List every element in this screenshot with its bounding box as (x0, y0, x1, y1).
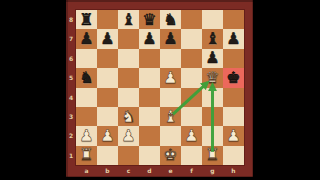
square-e7[interactable]: ♟ (160, 29, 181, 48)
square-b2[interactable]: ♟ (97, 126, 118, 145)
rank-label-3: 3 (66, 107, 76, 126)
piece-black-pawn[interactable]: ♟ (226, 31, 240, 47)
square-f4[interactable] (181, 88, 202, 107)
piece-white-pawn[interactable]: ♟ (79, 128, 93, 144)
square-c2[interactable]: ♟ (118, 126, 139, 145)
file-label-h: h (223, 165, 244, 177)
square-b7[interactable]: ♟ (97, 29, 118, 48)
square-d6[interactable] (139, 49, 160, 68)
piece-black-knight[interactable]: ♞ (79, 70, 93, 86)
file-label-d: d (139, 165, 160, 177)
square-a7[interactable]: ♟ (76, 29, 97, 48)
square-h7[interactable]: ♟ (223, 29, 244, 48)
square-g1[interactable]: ♜ (202, 146, 223, 165)
square-e8[interactable]: ♞ (160, 10, 181, 29)
square-b3[interactable] (97, 107, 118, 126)
file-label-e: e (160, 165, 181, 177)
rank-label-6: 6 (66, 49, 76, 68)
square-h6[interactable] (223, 49, 244, 68)
piece-white-knight[interactable]: ♞ (121, 109, 135, 125)
square-a8[interactable]: ♜ (76, 10, 97, 29)
square-e1[interactable]: ♚ (160, 146, 181, 165)
square-f1[interactable] (181, 146, 202, 165)
square-d3[interactable] (139, 107, 160, 126)
file-label-b: b (97, 165, 118, 177)
square-e5[interactable]: ♟ (160, 68, 181, 87)
square-d7[interactable]: ♟ (139, 29, 160, 48)
piece-black-bishop[interactable]: ♝ (205, 31, 219, 47)
piece-white-rook[interactable]: ♜ (79, 147, 93, 163)
square-g8[interactable] (202, 10, 223, 29)
square-e3[interactable]: ♝ (160, 107, 181, 126)
square-e6[interactable] (160, 49, 181, 68)
piece-black-pawn[interactable]: ♟ (142, 31, 156, 47)
file-label-f: f (181, 165, 202, 177)
piece-black-king[interactable]: ♚ (226, 70, 240, 86)
square-f8[interactable] (181, 10, 202, 29)
piece-white-pawn[interactable]: ♟ (226, 128, 240, 144)
piece-black-pawn[interactable]: ♟ (79, 31, 93, 47)
file-label-c: c (118, 165, 139, 177)
square-g7[interactable]: ♝ (202, 29, 223, 48)
piece-black-pawn[interactable]: ♟ (100, 31, 114, 47)
piece-black-pawn[interactable]: ♟ (163, 31, 177, 47)
square-e2[interactable] (160, 126, 181, 145)
square-h1[interactable] (223, 146, 244, 165)
square-a1[interactable]: ♜ (76, 146, 97, 165)
square-g4[interactable] (202, 88, 223, 107)
square-e4[interactable] (160, 88, 181, 107)
piece-black-pawn[interactable]: ♟ (205, 50, 219, 66)
square-b4[interactable] (97, 88, 118, 107)
rank-label-2: 2 (66, 126, 76, 145)
square-g5[interactable]: ♛ (202, 68, 223, 87)
square-c4[interactable] (118, 88, 139, 107)
square-h8[interactable] (223, 10, 244, 29)
square-f5[interactable] (181, 68, 202, 87)
square-c6[interactable] (118, 49, 139, 68)
square-f7[interactable] (181, 29, 202, 48)
square-a5[interactable]: ♞ (76, 68, 97, 87)
piece-white-pawn[interactable]: ♟ (121, 128, 135, 144)
square-c3[interactable]: ♞ (118, 107, 139, 126)
square-a4[interactable] (76, 88, 97, 107)
square-g2[interactable] (202, 126, 223, 145)
screenshot-stage: ♜♝♛♞♟♟♟♟♝♟♟♞♟♛♚♞♝♟♟♟♟♟♜♚♜ 87654321 abcde… (0, 0, 320, 180)
square-d1[interactable] (139, 146, 160, 165)
square-d2[interactable] (139, 126, 160, 145)
square-d4[interactable] (139, 88, 160, 107)
square-f3[interactable] (181, 107, 202, 126)
chess-board: ♜♝♛♞♟♟♟♟♝♟♟♞♟♛♚♞♝♟♟♟♟♟♜♚♜ 87654321 abcde… (66, 0, 253, 177)
square-b8[interactable] (97, 10, 118, 29)
file-label-g: g (202, 165, 223, 177)
rank-label-7: 7 (66, 29, 76, 48)
square-g6[interactable]: ♟ (202, 49, 223, 68)
piece-white-pawn[interactable]: ♟ (184, 128, 198, 144)
piece-white-king[interactable]: ♚ (163, 147, 177, 163)
piece-white-rook[interactable]: ♜ (205, 147, 219, 163)
square-a3[interactable] (76, 107, 97, 126)
square-b1[interactable] (97, 146, 118, 165)
square-h2[interactable]: ♟ (223, 126, 244, 145)
piece-white-pawn[interactable]: ♟ (163, 70, 177, 86)
square-b5[interactable] (97, 68, 118, 87)
square-a6[interactable] (76, 49, 97, 68)
rank-label-4: 4 (66, 88, 76, 107)
piece-black-rook[interactable]: ♜ (79, 12, 93, 28)
rank-label-1: 1 (66, 146, 76, 165)
piece-white-pawn[interactable]: ♟ (100, 128, 114, 144)
square-f2[interactable]: ♟ (181, 126, 202, 145)
square-g3[interactable] (202, 107, 223, 126)
board-squares: ♜♝♛♞♟♟♟♟♝♟♟♞♟♛♚♞♝♟♟♟♟♟♜♚♜ (76, 10, 244, 165)
piece-black-queen[interactable]: ♛ (142, 12, 156, 28)
piece-black-bishop[interactable]: ♝ (121, 12, 135, 28)
rank-label-5: 5 (66, 68, 76, 87)
file-label-a: a (76, 165, 97, 177)
square-d5[interactable] (139, 68, 160, 87)
square-b6[interactable] (97, 49, 118, 68)
square-c5[interactable] (118, 68, 139, 87)
piece-white-queen[interactable]: ♛ (205, 70, 219, 86)
square-c1[interactable] (118, 146, 139, 165)
square-f6[interactable] (181, 49, 202, 68)
square-h4[interactable] (223, 88, 244, 107)
square-h3[interactable] (223, 107, 244, 126)
square-d8[interactable]: ♛ (139, 10, 160, 29)
square-h5-highlighted[interactable]: ♚ (223, 68, 244, 87)
piece-black-knight[interactable]: ♞ (163, 12, 177, 28)
square-c8[interactable]: ♝ (118, 10, 139, 29)
square-c7[interactable] (118, 29, 139, 48)
rank-label-8: 8 (66, 10, 76, 29)
piece-white-bishop[interactable]: ♝ (163, 109, 177, 125)
square-a2[interactable]: ♟ (76, 126, 97, 145)
